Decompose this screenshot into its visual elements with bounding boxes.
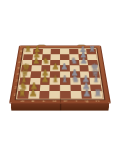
- chess-board: 87654321 abcdefgh ♜♟♟♜♟♟♟♞♞♟♚♟♟♚♛♟♟♛♝♟♝♝…: [10, 46, 109, 103]
- board-square: ♜: [91, 91, 102, 98]
- chess-piece: ♝: [90, 75, 102, 84]
- board-square: ♟: [60, 65, 70, 71]
- board-square: ♝: [60, 78, 70, 85]
- board-square: ♝: [50, 78, 60, 85]
- board-square: ♞: [18, 84, 29, 91]
- board-square: ♟: [28, 91, 39, 98]
- board-square: [31, 65, 41, 71]
- board-square: [90, 84, 101, 91]
- chess-piece: ♟: [39, 69, 50, 78]
- board-square: ♝: [90, 78, 101, 85]
- board-square: ♟: [40, 78, 50, 85]
- board-square: [60, 84, 70, 91]
- front-fold-seam: [60, 103, 61, 111]
- board-frame: 87654321 abcdefgh ♜♟♟♜♟♟♟♞♞♟♚♟♟♚♛♟♟♛♝♟♝♝…: [10, 46, 109, 103]
- board-square: [41, 65, 51, 71]
- board-square: [70, 84, 81, 91]
- chess-piece: ♛: [89, 69, 100, 78]
- chess-piece: ♟: [39, 75, 51, 84]
- product-photo-scene: 87654321 abcdefgh ♜♟♟♜♟♟♟♞♞♟♚♟♟♚♛♟♟♛♝♟♝♝…: [0, 0, 120, 160]
- board-front-edge: [10, 103, 109, 111]
- board-square: [70, 91, 81, 98]
- board-square: [79, 65, 89, 71]
- chess-piece: ♜: [87, 46, 97, 54]
- board-square: [39, 91, 50, 98]
- board-grid: ♜♟♟♜♟♟♟♞♞♟♚♟♟♚♛♟♟♛♝♟♝♝♞♟♝♞♟♟♜♟♟♜: [17, 49, 102, 99]
- board-square: [50, 84, 60, 91]
- board-square: [69, 65, 79, 71]
- board-square: [39, 84, 50, 91]
- board-square: ♟: [29, 84, 40, 91]
- board-square: [60, 91, 71, 98]
- board-square: ♟: [81, 91, 92, 98]
- board-square: [49, 91, 60, 98]
- chess-piece: ♝: [49, 75, 61, 84]
- chess-piece: ♝: [19, 75, 31, 84]
- board-square: ♟: [50, 65, 60, 71]
- board-square: ♞: [70, 78, 80, 85]
- board-square: [30, 78, 41, 85]
- board-square: ♚: [88, 65, 98, 71]
- chess-piece: ♛: [20, 69, 31, 78]
- board-square: ♟: [80, 78, 91, 85]
